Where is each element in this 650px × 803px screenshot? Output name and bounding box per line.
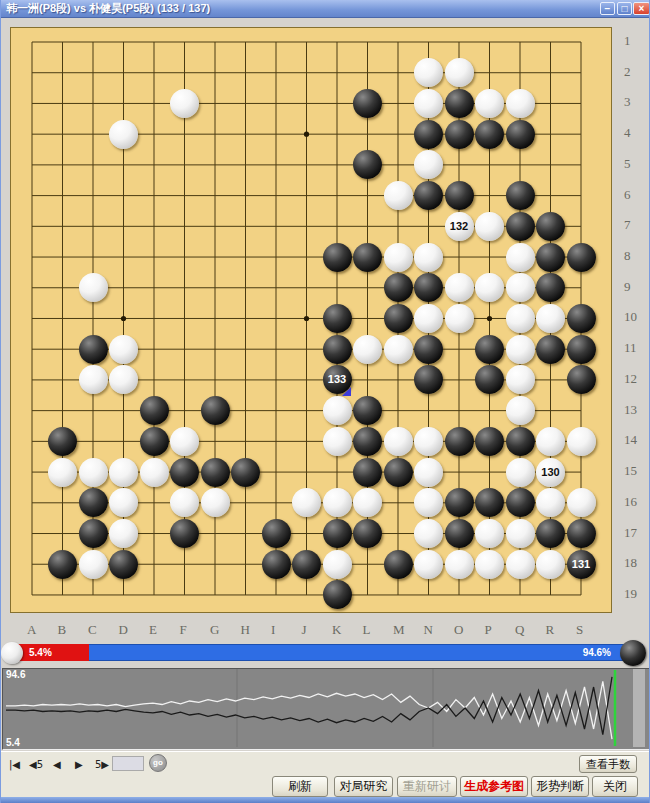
graph-max-label: 94.6 [6, 669, 25, 680]
column-label-A: A [27, 622, 36, 638]
stone-Q7[interactable] [506, 212, 535, 241]
row-label-5: 5 [624, 156, 631, 172]
stone-P3[interactable] [475, 89, 504, 118]
stone-P18[interactable] [475, 550, 504, 579]
row-label-3: 3 [624, 94, 631, 110]
stone-M6[interactable] [384, 181, 413, 210]
stone-N14[interactable] [414, 427, 443, 456]
stone-R8[interactable] [536, 243, 565, 272]
stone-N18[interactable] [414, 550, 443, 579]
minimize-button[interactable]: − [600, 2, 615, 15]
winrate-bar: 5.4% 94.6% [1, 641, 650, 665]
column-label-F: F [180, 622, 187, 638]
stone-C16[interactable] [79, 488, 108, 517]
column-label-B: B [58, 622, 67, 638]
stone-S11[interactable] [567, 335, 596, 364]
stone-S10[interactable] [567, 304, 596, 333]
row-label-19: 19 [624, 586, 637, 602]
column-labels: ABCDEFGHIJKLMNOPQRS [1, 620, 650, 641]
stone-R10[interactable] [536, 304, 565, 333]
stone-F3[interactable] [170, 89, 199, 118]
move-number-label: 132 [445, 212, 474, 241]
stone-O3[interactable] [445, 89, 474, 118]
column-label-S: S [576, 622, 583, 638]
stone-Q17[interactable] [506, 519, 535, 548]
stone-F14[interactable] [170, 427, 199, 456]
black-winrate-label: 94.6% [583, 647, 611, 658]
stone-N4[interactable] [414, 120, 443, 149]
stone-G13[interactable] [201, 396, 230, 425]
stone-M10[interactable] [384, 304, 413, 333]
stone-Q9[interactable] [506, 273, 535, 302]
row-label-17: 17 [624, 525, 637, 541]
column-label-J: J [302, 622, 307, 638]
stone-N2[interactable] [414, 58, 443, 87]
stone-I18[interactable] [262, 550, 291, 579]
refresh-button[interactable]: 刷新 [272, 776, 328, 797]
stone-P14[interactable] [475, 427, 504, 456]
stone-S16[interactable] [567, 488, 596, 517]
stone-D15[interactable] [109, 458, 138, 487]
title-bar: 韩一洲(P8段) vs 朴健昊(P5段) (133 / 137) − □ × [1, 0, 650, 18]
stone-M11[interactable] [384, 335, 413, 364]
row-label-8: 8 [624, 248, 631, 264]
column-label-C: C [88, 622, 97, 638]
last-move-marker [342, 387, 351, 396]
game-research-button[interactable]: 对局研究 [334, 776, 393, 797]
stone-R14[interactable] [536, 427, 565, 456]
column-label-L: L [363, 622, 371, 638]
row-labels: 12345678910111213141516171819 [612, 27, 650, 613]
position-judge-button[interactable]: 形势判断 [531, 776, 589, 797]
stone-O10[interactable] [445, 304, 474, 333]
stone-N10[interactable] [414, 304, 443, 333]
graph-min-label: 5.4 [6, 737, 20, 748]
stone-J18[interactable] [292, 550, 321, 579]
stone-D11[interactable] [109, 335, 138, 364]
winrate-graph[interactable]: 94.6 5.4 [2, 668, 650, 750]
column-label-G: G [210, 622, 219, 638]
stone-P11[interactable] [475, 335, 504, 364]
stone-F15[interactable] [170, 458, 199, 487]
stone-Q8[interactable] [506, 243, 535, 272]
close-dialog-button[interactable]: 关闭 [592, 776, 638, 797]
stone-Q15[interactable] [506, 458, 535, 487]
stone-H15[interactable] [231, 458, 260, 487]
stone-K8[interactable] [323, 243, 352, 272]
stone-C11[interactable] [79, 335, 108, 364]
stone-K14[interactable] [323, 427, 352, 456]
stone-F17[interactable] [170, 519, 199, 548]
stone-E14[interactable] [140, 427, 169, 456]
row-label-18: 18 [624, 555, 637, 571]
column-label-I: I [271, 622, 275, 638]
white-winrate-label: 5.4% [29, 647, 52, 658]
stone-O6[interactable] [445, 181, 474, 210]
row-label-11: 11 [624, 340, 637, 356]
stone-C9[interactable] [79, 273, 108, 302]
stone-N17[interactable] [414, 519, 443, 548]
stone-S17[interactable] [567, 519, 596, 548]
go-board[interactable]: 132133130131 [10, 27, 612, 613]
stone-O16[interactable] [445, 488, 474, 517]
stone-P7[interactable] [475, 212, 504, 241]
stone-M8[interactable] [384, 243, 413, 272]
stone-L8[interactable] [353, 243, 382, 272]
stone-O17[interactable] [445, 519, 474, 548]
stone-B15[interactable] [48, 458, 77, 487]
stone-B18[interactable] [48, 550, 77, 579]
stone-G15[interactable] [201, 458, 230, 487]
stone-L15[interactable] [353, 458, 382, 487]
stone-Q14[interactable] [506, 427, 535, 456]
stone-N6[interactable] [414, 181, 443, 210]
stone-K19[interactable] [323, 580, 352, 609]
white-stone-icon [1, 642, 23, 664]
stone-Q6[interactable] [506, 181, 535, 210]
stone-C12[interactable] [79, 365, 108, 394]
stone-R17[interactable] [536, 519, 565, 548]
stone-R11[interactable] [536, 335, 565, 364]
stone-Q18[interactable] [506, 550, 535, 579]
stone-Q12[interactable] [506, 365, 535, 394]
stone-G16[interactable] [201, 488, 230, 517]
stone-P17[interactable] [475, 519, 504, 548]
row-label-15: 15 [624, 463, 637, 479]
stone-L11[interactable] [353, 335, 382, 364]
stone-R18[interactable] [536, 550, 565, 579]
move-number-input[interactable] [112, 756, 144, 771]
stone-B14[interactable] [48, 427, 77, 456]
generate-reference-button[interactable]: 生成参考图 [460, 776, 528, 797]
column-label-M: M [393, 622, 405, 638]
back-button[interactable]: ◀ [53, 757, 61, 772]
stone-O2[interactable] [445, 58, 474, 87]
stone-K16[interactable] [323, 488, 352, 517]
stone-N3[interactable] [414, 89, 443, 118]
row-label-13: 13 [624, 402, 637, 418]
stone-E13[interactable] [140, 396, 169, 425]
stone-O9[interactable] [445, 273, 474, 302]
forward-button[interactable]: ▶ [75, 757, 83, 772]
stone-P4[interactable] [475, 120, 504, 149]
stone-O4[interactable] [445, 120, 474, 149]
row-label-14: 14 [624, 432, 637, 448]
stone-D18[interactable] [109, 550, 138, 579]
restore-button[interactable]: □ [617, 2, 632, 15]
column-label-K: K [332, 622, 341, 638]
stone-S12[interactable] [567, 365, 596, 394]
winrate-black-segment [9, 644, 643, 661]
back-5-button[interactable]: ◀5 [29, 757, 43, 772]
column-label-R: R [546, 622, 555, 638]
stone-M15[interactable] [384, 458, 413, 487]
move-number-label: 130 [536, 458, 565, 487]
close-button[interactable]: × [633, 2, 650, 15]
stone-S14[interactable] [567, 427, 596, 456]
stone-M14[interactable] [384, 427, 413, 456]
stone-I17[interactable] [262, 519, 291, 548]
stone-N15[interactable] [414, 458, 443, 487]
column-label-D: D [119, 622, 128, 638]
stone-L13[interactable] [353, 396, 382, 425]
row-label-16: 16 [624, 494, 637, 510]
stone-Q10[interactable] [506, 304, 535, 333]
stone-Q13[interactable] [506, 396, 535, 425]
stone-O7[interactable]: 132 [445, 212, 474, 241]
move-number-label: 131 [567, 550, 596, 579]
row-label-6: 6 [624, 187, 631, 203]
row-label-4: 4 [624, 125, 631, 141]
stone-L17[interactable] [353, 519, 382, 548]
column-label-P: P [485, 622, 492, 638]
stone-M18[interactable] [384, 550, 413, 579]
stone-S18[interactable]: 131 [567, 550, 596, 579]
stone-R7[interactable] [536, 212, 565, 241]
black-stone-icon [620, 640, 646, 666]
stone-N11[interactable] [414, 335, 443, 364]
row-label-10: 10 [624, 309, 637, 325]
window-bottom-border [1, 797, 650, 803]
stone-K13[interactable] [323, 396, 352, 425]
stone-D17[interactable] [109, 519, 138, 548]
stone-D4[interactable] [109, 120, 138, 149]
go-button[interactable]: go [149, 754, 167, 772]
first-move-button[interactable]: |◀ [9, 757, 20, 772]
stone-R15[interactable]: 130 [536, 458, 565, 487]
window-title: 韩一洲(P8段) vs 朴健昊(P5段) (133 / 137) [6, 1, 210, 16]
stone-O14[interactable] [445, 427, 474, 456]
stone-K17[interactable] [323, 519, 352, 548]
stone-M9[interactable] [384, 273, 413, 302]
control-bar: |◀ ◀5 ◀ ▶ 5▶ ▶| go 查看手数 刷新 对局研究 重新研讨 生成参… [1, 751, 650, 798]
row-label-9: 9 [624, 279, 631, 295]
stone-Q16[interactable] [506, 488, 535, 517]
stone-C15[interactable] [79, 458, 108, 487]
stone-Q3[interactable] [506, 89, 535, 118]
forward-5-button[interactable]: 5▶ [95, 757, 109, 772]
stone-Q4[interactable] [506, 120, 535, 149]
stone-L14[interactable] [353, 427, 382, 456]
stone-K10[interactable] [323, 304, 352, 333]
row-label-12: 12 [624, 371, 637, 387]
column-label-E: E [149, 622, 157, 638]
row-label-2: 2 [624, 64, 631, 80]
column-label-N: N [424, 622, 433, 638]
winrate-graph-plot [3, 669, 647, 747]
stone-K18[interactable] [323, 550, 352, 579]
column-label-Q: Q [515, 622, 524, 638]
stone-S8[interactable] [567, 243, 596, 272]
stone-E15[interactable] [140, 458, 169, 487]
column-label-O: O [454, 622, 463, 638]
stone-C17[interactable] [79, 519, 108, 548]
row-label-1: 1 [624, 33, 631, 49]
stone-K11[interactable] [323, 335, 352, 364]
stone-L3[interactable] [353, 89, 382, 118]
stone-C18[interactable] [79, 550, 108, 579]
stone-Q11[interactable] [506, 335, 535, 364]
stone-O18[interactable] [445, 550, 474, 579]
view-moves-button[interactable]: 查看手数 [579, 755, 637, 773]
row-label-7: 7 [624, 217, 631, 233]
stone-N8[interactable] [414, 243, 443, 272]
column-label-H: H [241, 622, 250, 638]
app-window: 韩一洲(P8段) vs 朴健昊(P5段) (133 / 137) − □ × 1… [0, 0, 650, 803]
re-research-button: 重新研讨 [397, 776, 457, 797]
